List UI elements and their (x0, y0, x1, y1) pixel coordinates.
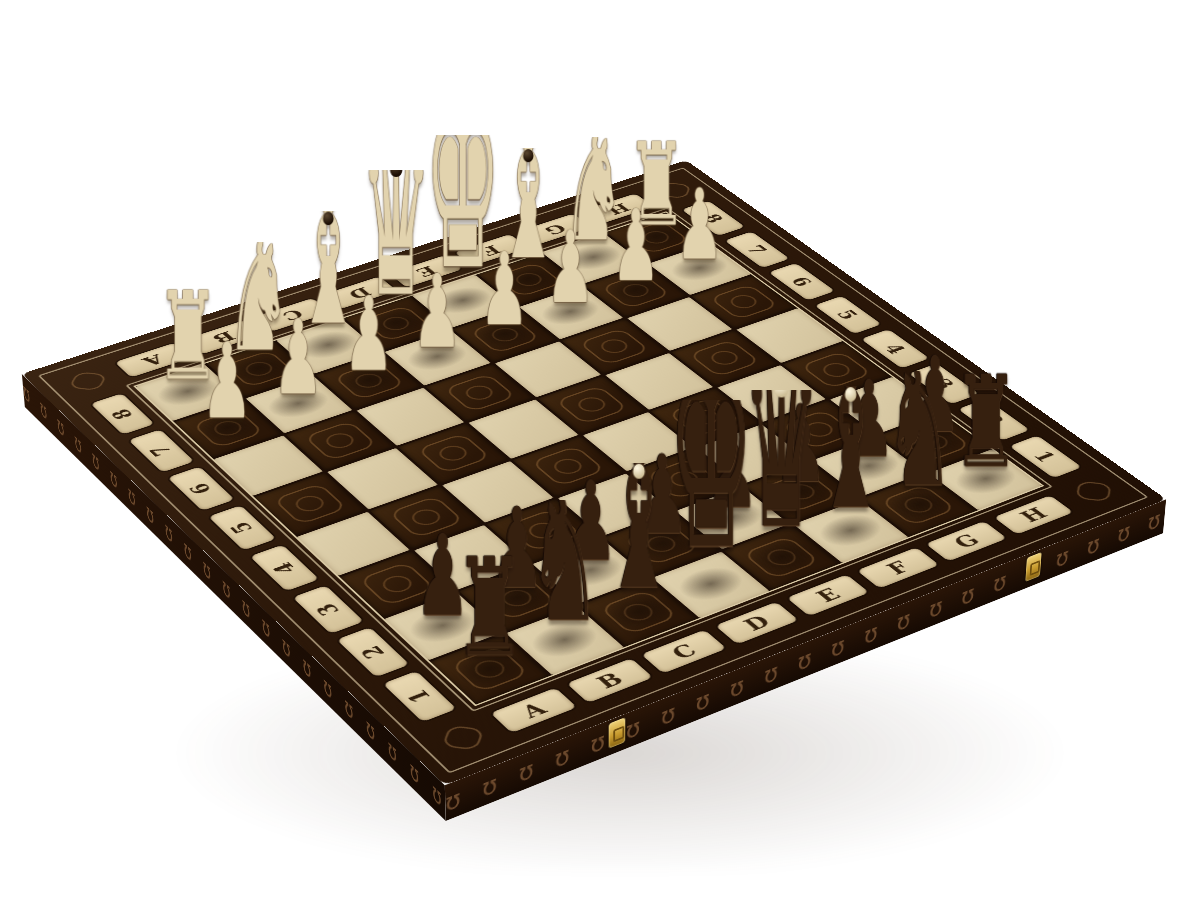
finial-tip-icon (390, 161, 402, 177)
coordinate-label: C (278, 307, 306, 323)
square-a1[interactable] (430, 634, 549, 704)
rank-label-left-8: 8 (90, 393, 155, 435)
square-b4[interactable] (370, 486, 482, 549)
coordinate-label: 7 (743, 243, 771, 256)
chess-board: ABCDEFGH ABCDEFGH 87654321 87654321 ʊ ʊ … (22, 160, 1166, 785)
coordinate-label: 8 (107, 406, 137, 421)
coordinate-label: D (345, 285, 375, 301)
square-f2[interactable] (744, 461, 857, 523)
square-c3[interactable] (487, 499, 600, 562)
coordinate-label: 2 (979, 412, 1009, 427)
square-d4[interactable] (513, 436, 624, 496)
coordinate-label: 7 (146, 443, 177, 458)
coordinate-label: F (883, 559, 914, 577)
photo-backdrop: ABCDEFGH ABCDEFGH 87654321 87654321 ʊ ʊ … (0, 0, 1200, 900)
rank-label-left-5: 5 (208, 505, 277, 551)
square-a2[interactable] (384, 592, 501, 660)
coordinate-label: H (1016, 505, 1051, 524)
coordinate-label: 2 (356, 643, 389, 661)
square-b5[interactable] (327, 448, 437, 509)
rank-label-left-7: 7 (128, 429, 194, 472)
square-d2[interactable] (604, 512, 719, 576)
square-e3[interactable] (628, 449, 740, 510)
coordinate-label: B (208, 329, 238, 345)
square-b1[interactable] (506, 606, 624, 675)
coordinate-label: E (412, 264, 439, 279)
square-g2[interactable] (812, 437, 924, 497)
coordinate-label: 4 (880, 342, 909, 356)
square-g1[interactable] (861, 474, 975, 536)
square-e1[interactable] (723, 525, 839, 590)
square-c2[interactable] (533, 538, 648, 603)
square-b2[interactable] (459, 565, 575, 632)
coordinate-label: 4 (268, 559, 300, 576)
square-a4[interactable] (297, 511, 410, 575)
frame-corner-ornament (639, 173, 709, 207)
coordinate-label: F (478, 243, 504, 257)
coordinate-label: 6 (787, 275, 816, 288)
coordinate-label: 3 (312, 601, 344, 618)
rank-label-left-6: 6 (168, 467, 235, 511)
coordinate-label: E (812, 586, 844, 605)
coordinate-label: 1 (1030, 449, 1061, 464)
finial-tip-icon (523, 149, 533, 162)
coordinate-label: C (667, 641, 700, 661)
coordinate-label: H (603, 201, 634, 216)
scene: ABCDEFGH ABCDEFGH 87654321 87654321 ʊ ʊ … (0, 0, 1200, 900)
square-a3[interactable] (340, 551, 455, 617)
square-a6[interactable] (214, 436, 323, 496)
frame-corner-ornament (51, 361, 125, 401)
coordinate-label: 5 (833, 308, 862, 322)
square-c4[interactable] (442, 461, 554, 523)
square-b3[interactable] (414, 525, 528, 590)
coordinate-label: G (950, 532, 984, 551)
square-h1[interactable] (928, 449, 1041, 510)
coordinate-label: A (517, 700, 550, 721)
coordinate-label: D (740, 613, 775, 633)
coordinate-label: 3 (929, 376, 959, 391)
coordinate-label: 6 (185, 481, 216, 497)
coordinate-label: 5 (226, 519, 258, 535)
square-d3[interactable] (558, 474, 671, 536)
square-f1[interactable] (793, 499, 908, 563)
square-d1[interactable] (652, 552, 769, 618)
frame-corner-ornament (1053, 470, 1134, 514)
frame-corner-ornament (420, 712, 506, 764)
finial-tip-icon (456, 113, 470, 132)
square-a5[interactable] (255, 473, 366, 535)
coordinate-label: 8 (699, 212, 727, 225)
coordinate-label: A (139, 352, 167, 368)
coordinate-label: B (593, 670, 627, 691)
square-e2[interactable] (675, 486, 789, 549)
coordinate-label: 1 (403, 687, 437, 706)
coordinate-label: G (541, 222, 570, 237)
finial-tip-icon (323, 212, 334, 226)
square-c1[interactable] (580, 579, 697, 646)
